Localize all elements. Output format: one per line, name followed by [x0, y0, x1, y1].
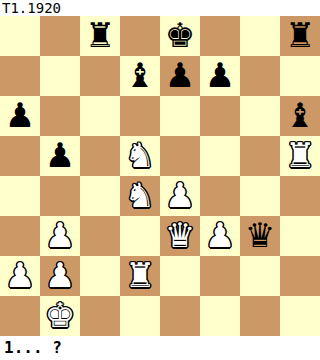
- square-d3[interactable]: [120, 216, 160, 256]
- square-h8[interactable]: ♜: [280, 16, 320, 56]
- square-g4[interactable]: [240, 176, 280, 216]
- square-f3[interactable]: ♟: [200, 216, 240, 256]
- square-e3[interactable]: ♛: [160, 216, 200, 256]
- square-h4[interactable]: [280, 176, 320, 216]
- square-a8[interactable]: [0, 16, 40, 56]
- square-c5[interactable]: [80, 136, 120, 176]
- white-knight-icon: ♞: [125, 178, 155, 212]
- white-pawn-icon: ♟: [45, 218, 75, 252]
- black-queen-icon: ♛: [245, 218, 275, 252]
- puzzle-title: T1.1920: [2, 0, 61, 16]
- chess-board: ♜♚♜♝♟♟♟♝♟♞♜♞♟♟♛♟♛♟♟♜♚: [0, 16, 320, 336]
- black-bishop-icon: ♝: [285, 98, 315, 132]
- square-a6[interactable]: ♟: [0, 96, 40, 136]
- white-rook-icon: ♜: [285, 138, 315, 172]
- square-f7[interactable]: ♟: [200, 56, 240, 96]
- black-pawn-icon: ♟: [5, 98, 35, 132]
- square-d6[interactable]: [120, 96, 160, 136]
- white-pawn-icon: ♟: [5, 258, 35, 292]
- square-b1[interactable]: ♚: [40, 296, 80, 336]
- square-d4[interactable]: ♞: [120, 176, 160, 216]
- white-pawn-icon: ♟: [205, 218, 235, 252]
- square-a7[interactable]: [0, 56, 40, 96]
- black-rook-icon: ♜: [285, 18, 315, 52]
- square-f2[interactable]: [200, 256, 240, 296]
- black-pawn-icon: ♟: [205, 58, 235, 92]
- square-c6[interactable]: [80, 96, 120, 136]
- square-a1[interactable]: [0, 296, 40, 336]
- white-king-icon: ♚: [45, 298, 75, 332]
- square-f1[interactable]: [200, 296, 240, 336]
- white-pawn-icon: ♟: [45, 258, 75, 292]
- square-d2[interactable]: ♜: [120, 256, 160, 296]
- square-b8[interactable]: [40, 16, 80, 56]
- square-f8[interactable]: [200, 16, 240, 56]
- white-rook-icon: ♜: [125, 258, 155, 292]
- square-d8[interactable]: [120, 16, 160, 56]
- square-h2[interactable]: [280, 256, 320, 296]
- square-b6[interactable]: [40, 96, 80, 136]
- square-h5[interactable]: ♜: [280, 136, 320, 176]
- square-f4[interactable]: [200, 176, 240, 216]
- square-a2[interactable]: ♟: [0, 256, 40, 296]
- square-e6[interactable]: [160, 96, 200, 136]
- square-g5[interactable]: [240, 136, 280, 176]
- square-b3[interactable]: ♟: [40, 216, 80, 256]
- square-c8[interactable]: ♜: [80, 16, 120, 56]
- square-c4[interactable]: [80, 176, 120, 216]
- square-g6[interactable]: [240, 96, 280, 136]
- square-g3[interactable]: ♛: [240, 216, 280, 256]
- square-c2[interactable]: [80, 256, 120, 296]
- square-c1[interactable]: [80, 296, 120, 336]
- square-e7[interactable]: ♟: [160, 56, 200, 96]
- black-pawn-icon: ♟: [165, 58, 195, 92]
- square-b7[interactable]: [40, 56, 80, 96]
- square-b4[interactable]: [40, 176, 80, 216]
- square-d1[interactable]: [120, 296, 160, 336]
- square-d5[interactable]: ♞: [120, 136, 160, 176]
- square-c7[interactable]: [80, 56, 120, 96]
- square-b5[interactable]: ♟: [40, 136, 80, 176]
- square-e5[interactable]: [160, 136, 200, 176]
- square-d7[interactable]: ♝: [120, 56, 160, 96]
- square-h6[interactable]: ♝: [280, 96, 320, 136]
- black-pawn-icon: ♟: [45, 138, 75, 172]
- black-rook-icon: ♜: [85, 18, 115, 52]
- square-e1[interactable]: [160, 296, 200, 336]
- square-a5[interactable]: [0, 136, 40, 176]
- move-prompt: 1... ?: [4, 338, 62, 358]
- square-f5[interactable]: [200, 136, 240, 176]
- square-e8[interactable]: ♚: [160, 16, 200, 56]
- white-pawn-icon: ♟: [165, 178, 195, 212]
- square-c3[interactable]: [80, 216, 120, 256]
- square-g7[interactable]: [240, 56, 280, 96]
- square-g2[interactable]: [240, 256, 280, 296]
- square-h3[interactable]: [280, 216, 320, 256]
- square-g8[interactable]: [240, 16, 280, 56]
- black-king-icon: ♚: [165, 18, 195, 52]
- square-h7[interactable]: [280, 56, 320, 96]
- white-knight-icon: ♞: [125, 138, 155, 172]
- square-a3[interactable]: [0, 216, 40, 256]
- square-e4[interactable]: ♟: [160, 176, 200, 216]
- square-h1[interactable]: [280, 296, 320, 336]
- square-a4[interactable]: [0, 176, 40, 216]
- square-b2[interactable]: ♟: [40, 256, 80, 296]
- square-g1[interactable]: [240, 296, 280, 336]
- square-f6[interactable]: [200, 96, 240, 136]
- square-e2[interactable]: [160, 256, 200, 296]
- black-bishop-icon: ♝: [125, 58, 155, 92]
- white-queen-icon: ♛: [165, 218, 195, 252]
